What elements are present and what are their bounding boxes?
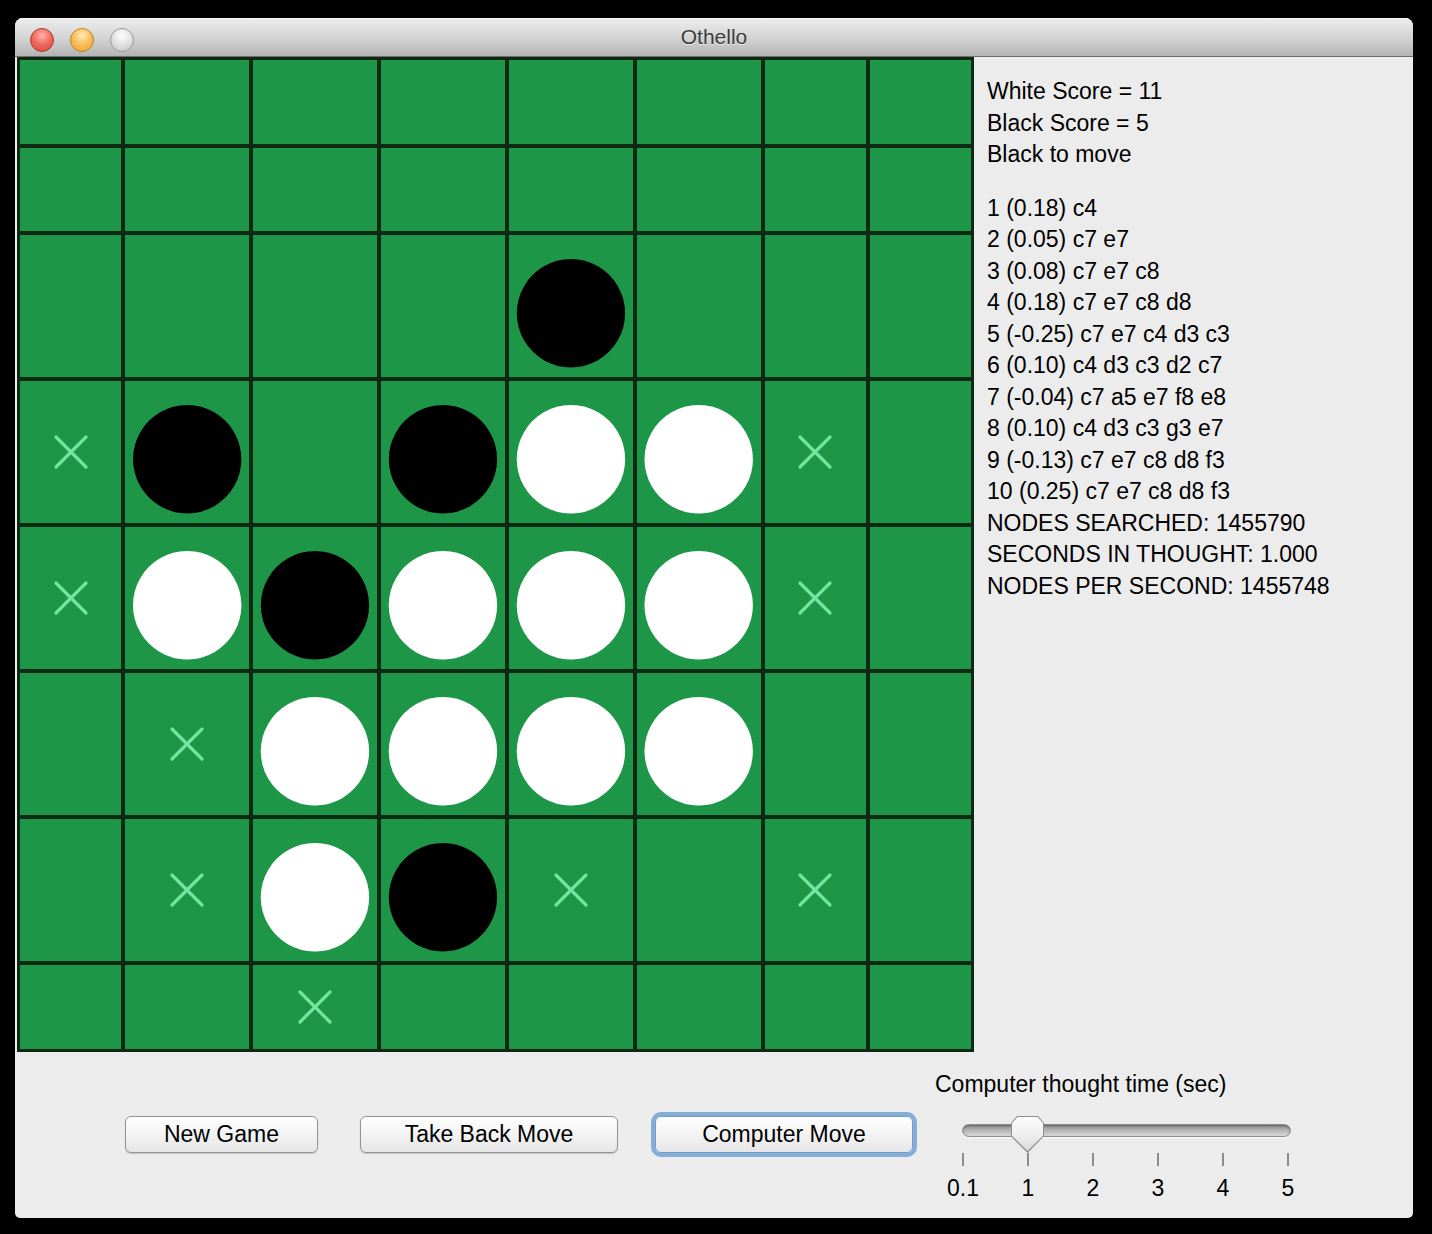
slider-thumb[interactable]	[1011, 1116, 1044, 1153]
slider-tick	[1092, 1153, 1094, 1166]
cell-e8[interactable]	[509, 965, 633, 1049]
stats-line: SECONDS IN THOUGHT: 1.000	[987, 539, 1413, 571]
turn-indicator-text: Black to move	[987, 139, 1413, 171]
cell-c1[interactable]	[253, 60, 377, 144]
cell-d6[interactable]: ●	[381, 673, 505, 815]
cell-f6[interactable]: ●	[637, 673, 761, 815]
white-disc: ●	[381, 522, 505, 664]
cell-f7[interactable]	[637, 819, 761, 961]
analysis-line: 5 (-0.25) c7 e7 c4 d3 c3	[987, 319, 1413, 351]
white-disc: ●	[253, 814, 377, 956]
cell-c5[interactable]: ●	[253, 527, 377, 669]
cell-g1[interactable]	[765, 60, 866, 144]
cell-c2[interactable]	[253, 148, 377, 232]
analysis-line: 6 (0.10) c4 d3 c3 d2 c7	[987, 350, 1413, 382]
cell-a6[interactable]	[20, 673, 121, 815]
legal-move-icon	[168, 725, 206, 763]
analysis-line: 2 (0.05) c7 e7	[987, 224, 1413, 256]
black-disc: ●	[509, 230, 633, 372]
cell-a2[interactable]	[20, 148, 121, 232]
white-disc: ●	[637, 668, 761, 810]
cell-f8[interactable]	[637, 965, 761, 1049]
othello-window: Othello ●●●●●●●●●●●●●●●● White Score = 1…	[15, 18, 1413, 1218]
game-info-panel: White Score = 11 Black Score = 5 Black t…	[974, 57, 1413, 1052]
legal-move-icon	[796, 433, 834, 471]
cell-b4[interactable]: ●	[125, 381, 249, 523]
cell-g2[interactable]	[765, 148, 866, 232]
legal-move-icon	[168, 871, 206, 909]
slider-tick	[1157, 1153, 1159, 1166]
slider-tick	[1287, 1153, 1289, 1166]
slider-tick	[1222, 1153, 1224, 1166]
cell-d3[interactable]	[381, 235, 505, 377]
white-score-text: White Score = 11	[987, 76, 1413, 108]
slider-tick	[1027, 1153, 1029, 1166]
cell-d7[interactable]: ●	[381, 819, 505, 961]
white-disc: ●	[637, 376, 761, 518]
cell-e6[interactable]: ●	[509, 673, 633, 815]
cell-g3[interactable]	[765, 235, 866, 377]
cell-d4[interactable]: ●	[381, 381, 505, 523]
cell-c7[interactable]: ●	[253, 819, 377, 961]
cell-g7[interactable]	[765, 819, 866, 961]
stats-line: NODES SEARCHED: 1455790	[987, 508, 1413, 540]
cell-f1[interactable]	[637, 60, 761, 144]
black-disc: ●	[381, 814, 505, 956]
legal-move-icon	[52, 433, 90, 471]
slider-tick-label: 3	[1152, 1175, 1165, 1202]
black-score-text: Black Score = 5	[987, 108, 1413, 140]
cell-g6[interactable]	[765, 673, 866, 815]
take-back-move-button[interactable]: Take Back Move	[360, 1116, 618, 1153]
cell-a5[interactable]	[20, 527, 121, 669]
cell-b2[interactable]	[125, 148, 249, 232]
cell-b7[interactable]	[125, 819, 249, 961]
cell-a3[interactable]	[20, 235, 121, 377]
slider-tick	[962, 1153, 964, 1166]
legal-move-icon	[796, 579, 834, 617]
slider-tick-label: 1	[1022, 1175, 1035, 1202]
legal-move-icon	[796, 871, 834, 909]
slider-tick-label: 0.1	[947, 1175, 979, 1202]
cell-a4[interactable]	[20, 381, 121, 523]
slider-thumb-face	[1012, 1117, 1043, 1151]
cell-a7[interactable]	[20, 819, 121, 961]
cell-b1[interactable]	[125, 60, 249, 144]
analysis-line: 4 (0.18) c7 e7 c8 d8	[987, 287, 1413, 319]
cell-c4[interactable]	[253, 381, 377, 523]
black-disc: ●	[125, 376, 249, 518]
cell-h3[interactable]	[870, 235, 971, 377]
cell-b8[interactable]	[125, 965, 249, 1049]
cell-h1[interactable]	[870, 60, 971, 144]
cell-d2[interactable]	[381, 148, 505, 232]
cell-b3[interactable]	[125, 235, 249, 377]
legal-move-icon	[552, 871, 590, 909]
analysis-line: 3 (0.08) c7 e7 c8	[987, 256, 1413, 288]
slider-tick-label: 4	[1217, 1175, 1230, 1202]
cell-h6[interactable]	[870, 673, 971, 815]
analysis-line: 1 (0.18) c4	[987, 193, 1413, 225]
cell-c8[interactable]	[253, 965, 377, 1049]
analysis-line: 7 (-0.04) c7 a5 e7 f8 e8	[987, 382, 1413, 414]
slider-tick-label: 2	[1087, 1175, 1100, 1202]
cell-g5[interactable]	[765, 527, 866, 669]
cell-h8[interactable]	[870, 965, 971, 1049]
cell-f2[interactable]	[637, 148, 761, 232]
cell-b6[interactable]	[125, 673, 249, 815]
white-disc: ●	[637, 522, 761, 664]
computer-move-button[interactable]: Computer Move	[655, 1116, 913, 1153]
slider-ticks: 0.112345	[962, 1153, 1291, 1215]
cell-d1[interactable]	[381, 60, 505, 144]
analysis-line: 10 (0.25) c7 e7 c8 d8 f3	[987, 476, 1413, 508]
title-bar[interactable]: Othello	[15, 18, 1413, 57]
white-disc: ●	[125, 522, 249, 664]
black-disc: ●	[253, 522, 377, 664]
analysis-line: 9 (-0.13) c7 e7 c8 d8 f3	[987, 445, 1413, 477]
cell-e2[interactable]	[509, 148, 633, 232]
cell-c3[interactable]	[253, 235, 377, 377]
white-disc: ●	[253, 668, 377, 810]
black-disc: ●	[381, 376, 505, 518]
analysis-list: 1 (0.18) c42 (0.05) c7 e73 (0.08) c7 e7 …	[987, 193, 1413, 603]
cell-h5[interactable]	[870, 527, 971, 669]
slider-tick-label: 5	[1282, 1175, 1295, 1202]
white-disc: ●	[509, 376, 633, 518]
cell-h2[interactable]	[870, 148, 971, 232]
cell-f5[interactable]: ●	[637, 527, 761, 669]
cell-e5[interactable]: ●	[509, 527, 633, 669]
white-disc: ●	[381, 668, 505, 810]
cell-a8[interactable]	[20, 965, 121, 1049]
cell-e4[interactable]: ●	[509, 381, 633, 523]
cell-g4[interactable]	[765, 381, 866, 523]
cell-h4[interactable]	[870, 381, 971, 523]
cell-e3[interactable]: ●	[509, 235, 633, 377]
cell-f3[interactable]	[637, 235, 761, 377]
cell-e7[interactable]	[509, 819, 633, 961]
cell-h7[interactable]	[870, 819, 971, 961]
cell-b5[interactable]: ●	[125, 527, 249, 669]
analysis-line: 8 (0.10) c4 d3 c3 g3 e7	[987, 413, 1413, 445]
cell-d8[interactable]	[381, 965, 505, 1049]
thought-time-label: Computer thought time (sec)	[935, 1071, 1226, 1098]
legal-move-icon	[296, 988, 334, 1026]
cell-d5[interactable]: ●	[381, 527, 505, 669]
cell-e1[interactable]	[509, 60, 633, 144]
cell-f4[interactable]: ●	[637, 381, 761, 523]
cell-g8[interactable]	[765, 965, 866, 1049]
stats-line: NODES PER SECOND: 1455748	[987, 571, 1413, 603]
window-title: Othello	[15, 25, 1413, 49]
cell-a1[interactable]	[20, 60, 121, 144]
white-disc: ●	[509, 522, 633, 664]
board: ●●●●●●●●●●●●●●●●	[17, 57, 974, 1052]
legal-move-icon	[52, 579, 90, 617]
white-disc: ●	[509, 668, 633, 810]
cell-c6[interactable]: ●	[253, 673, 377, 815]
new-game-button[interactable]: New Game	[125, 1116, 318, 1153]
